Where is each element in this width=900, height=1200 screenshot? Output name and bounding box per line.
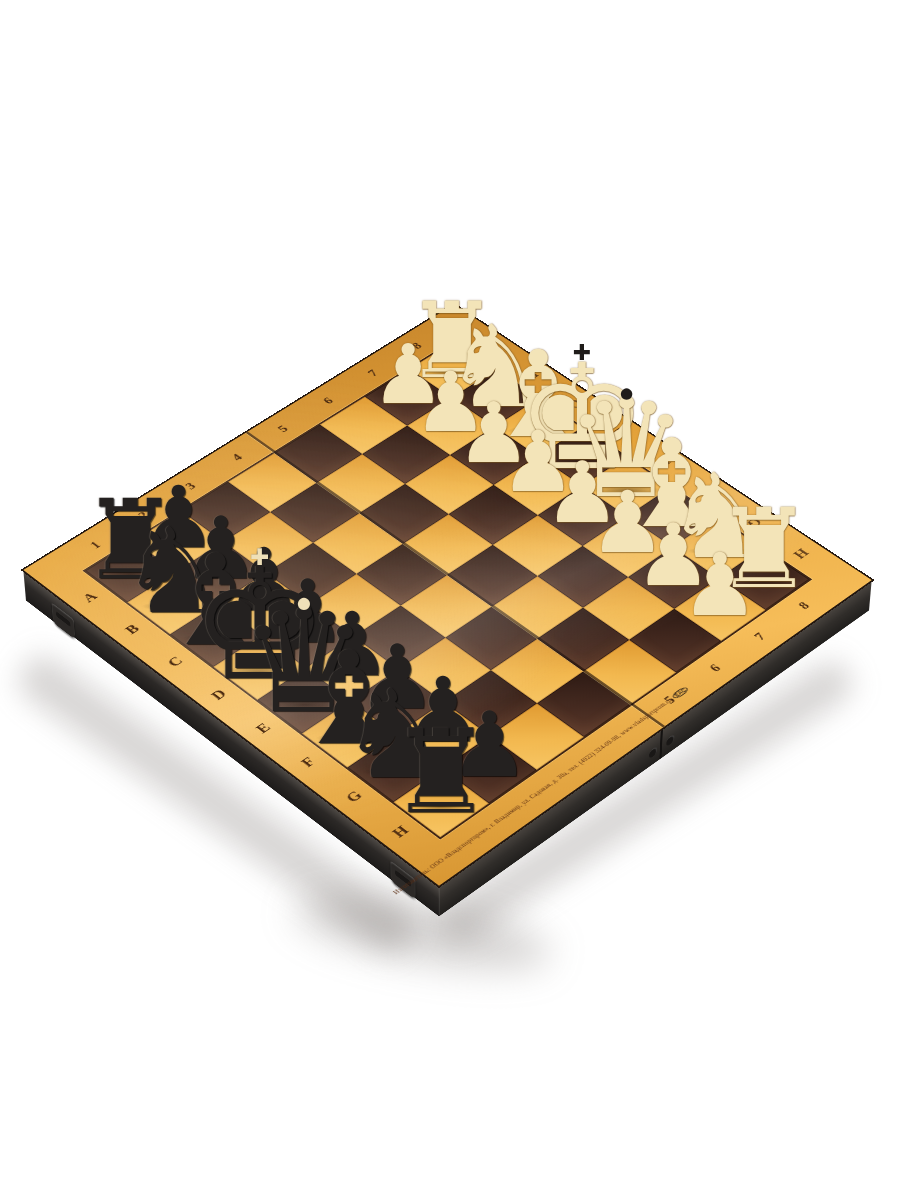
rank-label-7-right: 7: [752, 631, 768, 642]
rank-label-7-left: 7: [365, 368, 380, 378]
rank-label-2-left: 2: [136, 510, 151, 521]
file-label-d-far: D: [609, 426, 629, 439]
file-label-g-far: G: [744, 515, 765, 529]
file-label-a-near: A: [79, 590, 100, 604]
file-label-c-far: C: [565, 397, 585, 410]
file-label-f-far: F: [699, 486, 718, 499]
file-label-g-near: G: [342, 788, 364, 804]
rank-label-8-left: 8: [409, 341, 424, 351]
rank-label-8-right: 8: [796, 600, 812, 611]
file-label-d-near: D: [208, 687, 229, 702]
chessboard: AA1BB2CC3DD4EE5FF6GG7HH85678 Изготовител…: [23, 304, 871, 885]
rank-label-3-left: 3: [183, 481, 198, 491]
rank-label-6-left: 6: [321, 396, 336, 406]
hinge-pin: [666, 734, 674, 748]
scene-3d: AA1BB2CC3DD4EE5FF6GG7HH85678 Изготовител…: [147, 275, 747, 875]
rank-label-1-left: 1: [88, 540, 103, 551]
file-label-c-near: C: [164, 654, 185, 669]
rank-label-6-right: 6: [707, 662, 723, 673]
board-squares: [85, 342, 809, 837]
photo-canvas: AA1BB2CC3DD4EE5FF6GG7HH85678 Изготовител…: [0, 0, 900, 1200]
eac-mark-icon: EAC: [670, 685, 690, 699]
rank-label-5-left: 5: [275, 424, 290, 434]
file-label-e-near: E: [253, 720, 274, 735]
file-label-b-far: B: [522, 369, 541, 381]
file-label-h-near: H: [389, 823, 412, 839]
hinge-seam: [659, 728, 663, 760]
rank-label-4-left: 4: [229, 452, 244, 462]
file-label-a-far: A: [479, 340, 499, 353]
file-label-f-near: F: [298, 755, 318, 769]
file-label-b-near: B: [122, 622, 142, 636]
file-label-h-far: H: [790, 546, 811, 560]
file-label-e-far: E: [653, 456, 673, 469]
clasp-latch: [51, 602, 75, 639]
hinge-pin: [649, 746, 657, 760]
